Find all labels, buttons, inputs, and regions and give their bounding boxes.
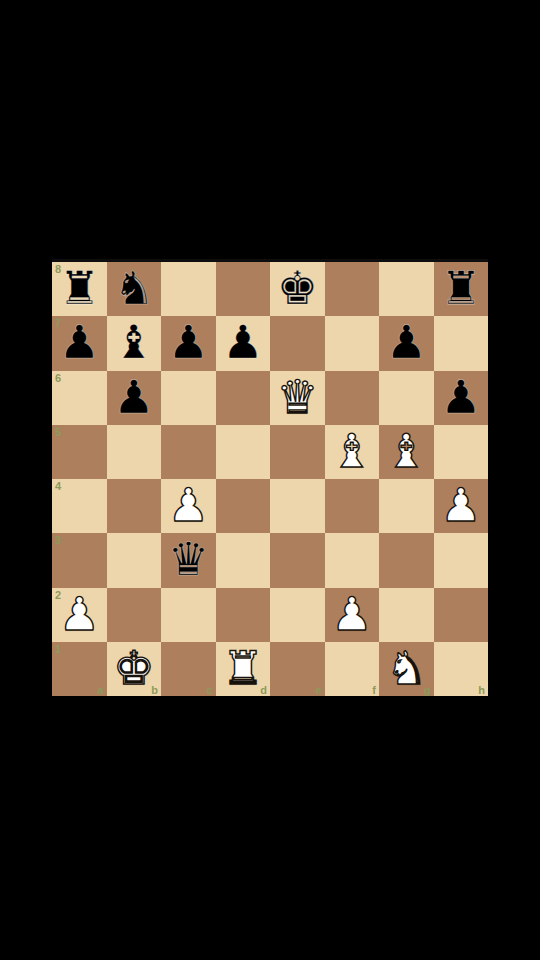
- square-f4[interactable]: [325, 479, 380, 533]
- square-c8[interactable]: [161, 262, 216, 316]
- square-h5[interactable]: [434, 425, 489, 479]
- square-e5[interactable]: [270, 425, 325, 479]
- square-c4[interactable]: ♟: [161, 479, 216, 533]
- rank-label-6: 6: [55, 372, 61, 384]
- piece-white-bishop[interactable]: ♝: [331, 428, 372, 474]
- rank-label-4: 4: [55, 480, 61, 492]
- piece-white-pawn[interactable]: ♟: [168, 482, 209, 528]
- file-label-f: f: [372, 684, 376, 696]
- piece-white-king[interactable]: ♚: [113, 645, 154, 691]
- square-f2[interactable]: ♟: [325, 588, 380, 642]
- rank-label-1: 1: [55, 643, 61, 655]
- square-f6[interactable]: [325, 371, 380, 425]
- square-a8[interactable]: 8♜: [52, 262, 107, 316]
- square-b8[interactable]: ♞: [107, 262, 162, 316]
- piece-black-pawn[interactable]: ♟: [113, 374, 154, 420]
- square-b2[interactable]: [107, 588, 162, 642]
- square-d2[interactable]: [216, 588, 271, 642]
- piece-black-pawn[interactable]: ♟: [440, 374, 481, 420]
- piece-white-pawn[interactable]: ♟: [59, 591, 100, 637]
- square-b7[interactable]: ♝: [107, 316, 162, 370]
- square-f8[interactable]: [325, 262, 380, 316]
- square-e4[interactable]: [270, 479, 325, 533]
- piece-white-queen[interactable]: ♛: [277, 374, 318, 420]
- square-e7[interactable]: [270, 316, 325, 370]
- square-c2[interactable]: [161, 588, 216, 642]
- square-g1[interactable]: g♞: [379, 642, 434, 696]
- square-b5[interactable]: [107, 425, 162, 479]
- piece-black-rook[interactable]: ♜: [440, 265, 481, 311]
- piece-white-rook[interactable]: ♜: [222, 645, 263, 691]
- piece-black-knight[interactable]: ♞: [113, 265, 154, 311]
- square-h6[interactable]: ♟: [434, 371, 489, 425]
- square-f5[interactable]: ♝: [325, 425, 380, 479]
- square-g5[interactable]: ♝: [379, 425, 434, 479]
- square-a4[interactable]: 4: [52, 479, 107, 533]
- square-c3[interactable]: ♛: [161, 533, 216, 587]
- square-g2[interactable]: [379, 588, 434, 642]
- piece-black-bishop[interactable]: ♝: [113, 319, 154, 365]
- square-a6[interactable]: 6: [52, 371, 107, 425]
- square-e6[interactable]: ♛: [270, 371, 325, 425]
- square-g7[interactable]: ♟: [379, 316, 434, 370]
- file-label-c: c: [206, 684, 212, 696]
- square-c7[interactable]: ♟: [161, 316, 216, 370]
- square-h7[interactable]: [434, 316, 489, 370]
- square-f7[interactable]: [325, 316, 380, 370]
- file-label-e: e: [315, 684, 321, 696]
- square-g4[interactable]: [379, 479, 434, 533]
- square-b6[interactable]: ♟: [107, 371, 162, 425]
- piece-black-pawn[interactable]: ♟: [168, 319, 209, 365]
- square-e3[interactable]: [270, 533, 325, 587]
- square-d3[interactable]: [216, 533, 271, 587]
- piece-black-pawn[interactable]: ♟: [59, 319, 100, 365]
- square-e2[interactable]: [270, 588, 325, 642]
- square-h4[interactable]: ♟: [434, 479, 489, 533]
- square-e8[interactable]: ♚: [270, 262, 325, 316]
- square-d6[interactable]: [216, 371, 271, 425]
- square-d8[interactable]: [216, 262, 271, 316]
- square-g8[interactable]: [379, 262, 434, 316]
- square-f3[interactable]: [325, 533, 380, 587]
- piece-black-pawn[interactable]: ♟: [222, 319, 263, 365]
- square-d5[interactable]: [216, 425, 271, 479]
- square-a5[interactable]: 5: [52, 425, 107, 479]
- square-a7[interactable]: 7♟: [52, 316, 107, 370]
- square-a1[interactable]: 1a: [52, 642, 107, 696]
- piece-white-pawn[interactable]: ♟: [331, 591, 372, 637]
- rank-label-3: 3: [55, 534, 61, 546]
- square-a3[interactable]: 3: [52, 533, 107, 587]
- square-b1[interactable]: b♚: [107, 642, 162, 696]
- square-d7[interactable]: ♟: [216, 316, 271, 370]
- square-c5[interactable]: [161, 425, 216, 479]
- piece-black-king[interactable]: ♚: [277, 265, 318, 311]
- file-label-a: a: [97, 684, 103, 696]
- square-h8[interactable]: ♜: [434, 262, 489, 316]
- square-b4[interactable]: [107, 479, 162, 533]
- square-f1[interactable]: f: [325, 642, 380, 696]
- square-h1[interactable]: h: [434, 642, 489, 696]
- piece-black-pawn[interactable]: ♟: [386, 319, 427, 365]
- square-h3[interactable]: [434, 533, 489, 587]
- piece-black-queen[interactable]: ♛: [168, 536, 209, 582]
- piece-white-bishop[interactable]: ♝: [386, 428, 427, 474]
- square-d1[interactable]: d♜: [216, 642, 271, 696]
- file-label-h: h: [478, 684, 485, 696]
- chess-board: 8♜♞♚♜7♟♝♟♟♟6♟♛♟5♝♝4♟♟3♛2♟♟1ab♚cd♜efg♞h: [52, 262, 488, 696]
- square-c6[interactable]: [161, 371, 216, 425]
- square-h2[interactable]: [434, 588, 489, 642]
- piece-black-rook[interactable]: ♜: [59, 265, 100, 311]
- app-background: 8♜♞♚♜7♟♝♟♟♟6♟♛♟5♝♝4♟♟3♛2♟♟1ab♚cd♜efg♞h: [0, 0, 540, 960]
- piece-white-knight[interactable]: ♞: [386, 645, 427, 691]
- square-c1[interactable]: c: [161, 642, 216, 696]
- square-g6[interactable]: [379, 371, 434, 425]
- square-e1[interactable]: e: [270, 642, 325, 696]
- rank-label-5: 5: [55, 426, 61, 438]
- square-a2[interactable]: 2♟: [52, 588, 107, 642]
- piece-white-pawn[interactable]: ♟: [440, 482, 481, 528]
- square-g3[interactable]: [379, 533, 434, 587]
- square-d4[interactable]: [216, 479, 271, 533]
- square-b3[interactable]: [107, 533, 162, 587]
